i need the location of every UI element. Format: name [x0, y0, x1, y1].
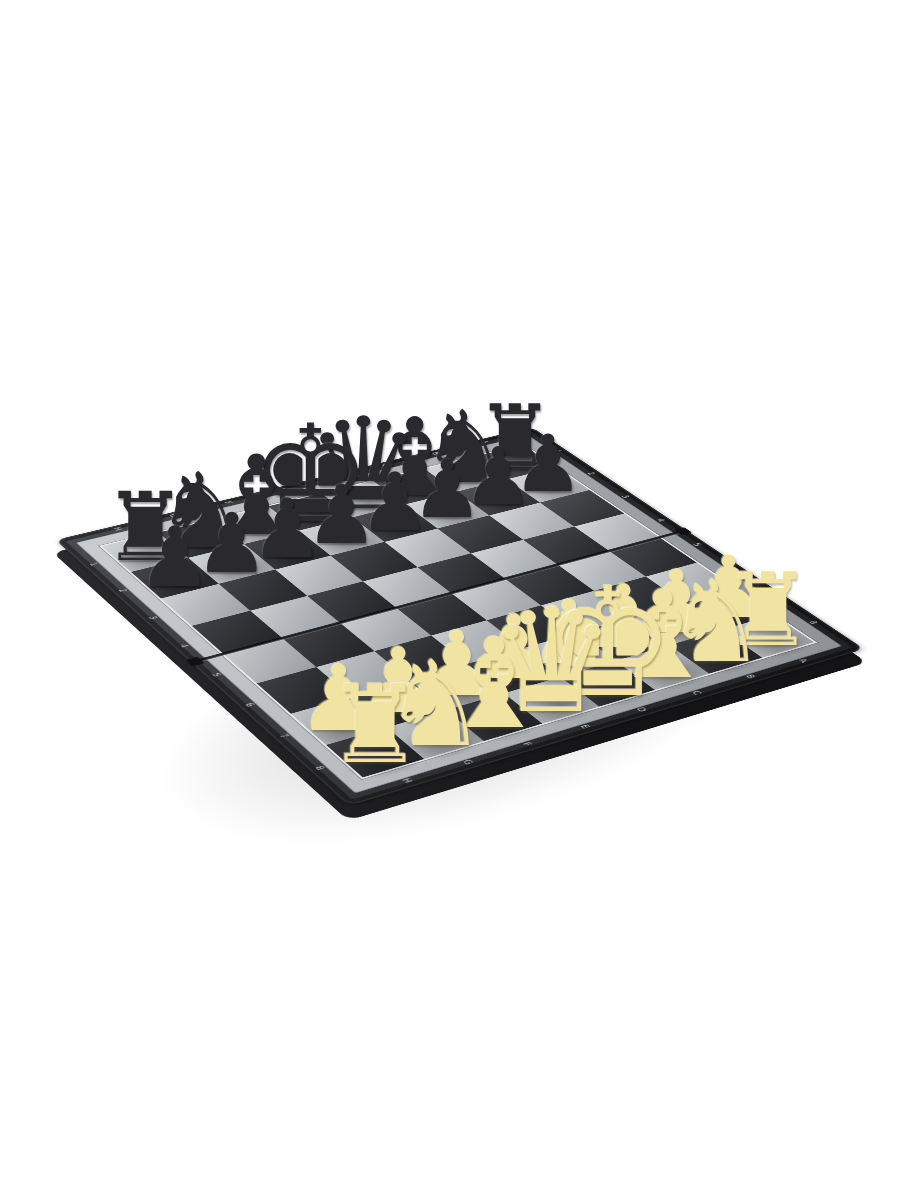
piece-white-rook[interactable]: ♜ — [327, 671, 423, 779]
product-photo-scene: 1122334455667788HHGGFFEEDDCCBBAA ♜♞♝♚♛♝♞… — [0, 0, 900, 1200]
piece-black-pawn[interactable]: ♟ — [138, 516, 213, 599]
